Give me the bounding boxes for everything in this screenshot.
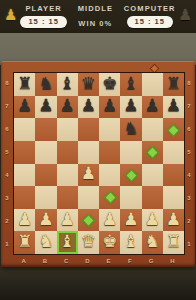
square-e4[interactable] — [99, 164, 120, 187]
square-f3[interactable] — [120, 186, 141, 209]
black-pawn-h7: ♟ — [166, 97, 181, 114]
board-grid: ♜♞♝♛♚♝♜♟♟♟♟♟♟♟♟♞♟♟♟♟♟♟♟♟♜♞♝♛♚♝♞♜ — [13, 72, 185, 255]
white-pawn-c2: ♟ — [60, 211, 75, 228]
file-label-a: A — [13, 255, 34, 266]
square-g2[interactable]: ♟ — [142, 209, 163, 232]
black-knight-b8: ♞ — [38, 75, 53, 92]
white-queen-d1: ♛ — [81, 233, 96, 250]
square-b1[interactable]: ♞ — [35, 231, 56, 254]
file-label-f: F — [119, 255, 140, 266]
white-pawn-g2: ♟ — [145, 211, 160, 228]
black-bishop-c8: ♝ — [60, 75, 75, 92]
rank-label-7-right: 7 — [184, 95, 194, 118]
square-d5[interactable] — [78, 141, 99, 164]
square-a3[interactable] — [14, 186, 35, 209]
square-g3[interactable] — [142, 186, 163, 209]
white-knight-b1: ♞ — [38, 233, 53, 250]
player-panel: ♟ PLAYER 15 : 15 — [4, 4, 67, 28]
square-d4[interactable]: ♟ — [78, 164, 99, 187]
square-h3[interactable] — [163, 186, 184, 209]
file-label-g: G — [141, 255, 162, 266]
square-b8[interactable]: ♞ — [35, 73, 56, 96]
square-b3[interactable] — [35, 186, 56, 209]
square-f4[interactable] — [120, 164, 141, 187]
square-a4[interactable] — [14, 164, 35, 187]
square-h7[interactable]: ♟ — [163, 96, 184, 119]
square-a7[interactable]: ♟ — [14, 96, 35, 119]
black-rook-h8: ♜ — [166, 75, 181, 92]
black-pawn-e7: ♟ — [102, 97, 117, 114]
black-pawn-g7: ♟ — [145, 97, 160, 114]
square-d6[interactable] — [78, 118, 99, 141]
square-e7[interactable]: ♟ — [99, 96, 120, 119]
legal-move-marker-h6[interactable] — [168, 124, 181, 137]
square-e6[interactable] — [99, 118, 120, 141]
black-queen-d8: ♛ — [81, 75, 96, 92]
square-c4[interactable] — [57, 164, 78, 187]
square-c2[interactable]: ♟ — [57, 209, 78, 232]
square-f7[interactable]: ♟ — [120, 96, 141, 119]
computer-panel: COMPUTER 15 : 15 ♟ — [124, 4, 192, 28]
square-d7[interactable]: ♟ — [78, 96, 99, 119]
black-pawn-c7: ♟ — [60, 97, 75, 114]
black-king-e8: ♚ — [102, 75, 117, 92]
square-e1[interactable]: ♚ — [99, 231, 120, 254]
square-b5[interactable] — [35, 141, 56, 164]
square-b6[interactable] — [35, 118, 56, 141]
square-g6[interactable] — [142, 118, 163, 141]
square-c8[interactable]: ♝ — [57, 73, 78, 96]
square-e2[interactable]: ♟ — [99, 209, 120, 232]
white-pawn-h2: ♟ — [166, 211, 181, 228]
rank-label-7-left: 7 — [2, 95, 12, 118]
square-g7[interactable]: ♟ — [142, 96, 163, 119]
chess-board-frame: 87654321 87654321 ABCDEFGH ♜♞♝♛♚♝♜♟♟♟♟♟♟… — [1, 61, 195, 267]
square-h5[interactable] — [163, 141, 184, 164]
square-c5[interactable] — [57, 141, 78, 164]
file-label-d: D — [77, 255, 98, 266]
rank-label-3-left: 3 — [2, 186, 12, 209]
square-f8[interactable]: ♝ — [120, 73, 141, 96]
file-label-e: E — [98, 255, 119, 266]
square-d2[interactable] — [78, 209, 99, 232]
rank-labels-right: 87654321 — [184, 72, 194, 255]
rank-label-1-left: 1 — [2, 232, 12, 255]
white-pawn-f2: ♟ — [123, 211, 138, 228]
white-pawn-a2: ♟ — [17, 211, 32, 228]
rank-label-3-right: 3 — [184, 186, 194, 209]
file-label-c: C — [56, 255, 77, 266]
square-b7[interactable]: ♟ — [35, 96, 56, 119]
rank-label-1-right: 1 — [184, 232, 194, 255]
square-a1[interactable]: ♜ — [14, 231, 35, 254]
rank-label-4-left: 4 — [2, 164, 12, 187]
square-c3[interactable] — [57, 186, 78, 209]
black-pawn-icon: ♟ — [179, 7, 192, 22]
white-pawn-b2: ♟ — [38, 211, 53, 228]
square-a2[interactable]: ♟ — [14, 209, 35, 232]
square-f1[interactable]: ♝ — [120, 231, 141, 254]
white-knight-g1: ♞ — [145, 233, 160, 250]
file-labels-bottom: ABCDEFGH — [13, 255, 183, 266]
square-d8[interactable]: ♛ — [78, 73, 99, 96]
difficulty-label[interactable]: MIDDLE — [78, 4, 113, 13]
file-label-b: B — [34, 255, 55, 266]
square-f6[interactable]: ♞ — [120, 118, 141, 141]
rank-label-8-left: 8 — [2, 72, 12, 95]
rank-label-2-left: 2 — [2, 209, 12, 232]
rank-label-8-right: 8 — [184, 72, 194, 95]
square-f5[interactable] — [120, 141, 141, 164]
square-a8[interactable]: ♜ — [14, 73, 35, 96]
black-pawn-d7: ♟ — [81, 97, 96, 114]
rank-labels-left: 87654321 — [2, 72, 12, 255]
square-b2[interactable]: ♟ — [35, 209, 56, 232]
player-clock: 15 : 15 — [20, 16, 66, 28]
white-pawn-d4: ♟ — [81, 165, 96, 182]
black-pawn-b7: ♟ — [38, 97, 53, 114]
square-c1[interactable]: ♝ — [57, 231, 78, 254]
square-e3[interactable] — [99, 186, 120, 209]
square-e8[interactable]: ♚ — [99, 73, 120, 96]
black-pawn-a7: ♟ — [17, 97, 32, 114]
square-c7[interactable]: ♟ — [57, 96, 78, 119]
square-e5[interactable] — [99, 141, 120, 164]
square-a5[interactable] — [14, 141, 35, 164]
chess-app: ♟ PLAYER 15 : 15 MIDDLE WIN 0% COMPUTER … — [0, 0, 196, 300]
header: ♟ PLAYER 15 : 15 MIDDLE WIN 0% COMPUTER … — [0, 0, 196, 33]
square-g4[interactable] — [142, 164, 163, 187]
legal-move-marker-e3[interactable] — [104, 192, 117, 205]
square-h2[interactable]: ♟ — [163, 209, 184, 232]
square-d3[interactable] — [78, 186, 99, 209]
white-rook-a1: ♜ — [17, 233, 32, 250]
square-a6[interactable] — [14, 118, 35, 141]
player-label: PLAYER — [25, 4, 61, 13]
square-h1[interactable]: ♜ — [163, 231, 184, 254]
white-king-e1: ♚ — [102, 233, 117, 250]
legal-move-marker-f4[interactable] — [125, 169, 138, 182]
rank-label-2-right: 2 — [184, 209, 194, 232]
center-panel: MIDDLE WIN 0% — [78, 4, 113, 28]
computer-label: COMPUTER — [124, 4, 176, 13]
square-g1[interactable]: ♞ — [142, 231, 163, 254]
white-pawn-e2: ♟ — [102, 211, 117, 228]
win-probability: WIN 0% — [78, 19, 112, 28]
white-bishop-c1: ♝ — [60, 233, 75, 250]
black-bishop-f8: ♝ — [123, 75, 138, 92]
legal-move-marker-g5[interactable] — [146, 146, 159, 159]
square-c6[interactable] — [57, 118, 78, 141]
black-knight-f6: ♞ — [123, 120, 138, 137]
white-bishop-f1: ♝ — [123, 233, 138, 250]
white-pawn-icon: ♟ — [4, 7, 17, 22]
square-h4[interactable] — [163, 164, 184, 187]
rank-label-6-left: 6 — [2, 118, 12, 141]
square-g5[interactable] — [142, 141, 163, 164]
black-pawn-f7: ♟ — [123, 97, 138, 114]
file-label-h: H — [162, 255, 183, 266]
rank-label-5-left: 5 — [2, 141, 12, 164]
rank-label-5-right: 5 — [184, 141, 194, 164]
square-f2[interactable]: ♟ — [120, 209, 141, 232]
white-rook-h1: ♜ — [166, 233, 181, 250]
computer-clock: 15 : 15 — [127, 16, 173, 28]
black-rook-a8: ♜ — [17, 75, 32, 92]
rank-label-4-right: 4 — [184, 164, 194, 187]
square-g8[interactable] — [142, 73, 163, 96]
square-h6[interactable] — [163, 118, 184, 141]
legal-move-marker-d2[interactable] — [83, 214, 96, 227]
square-h8[interactable]: ♜ — [163, 73, 184, 96]
square-b4[interactable] — [35, 164, 56, 187]
rank-label-6-right: 6 — [184, 118, 194, 141]
square-d1[interactable]: ♛ — [78, 231, 99, 254]
